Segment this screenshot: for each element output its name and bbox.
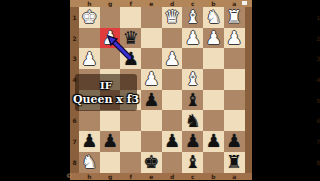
rank-label-right-5: 5 bbox=[315, 90, 320, 111]
square-c8[interactable]: ♝ bbox=[182, 152, 203, 173]
black-pawn: ♟ bbox=[164, 132, 180, 150]
file-label-bottom-d: d bbox=[162, 173, 183, 181]
rank-label-left-3: 3 bbox=[70, 48, 79, 69]
square-h6[interactable] bbox=[79, 110, 100, 131]
file-label-bottom-e: e bbox=[141, 173, 162, 181]
rank-label-right-2: 2 bbox=[315, 28, 320, 49]
rank-label-left-8: 8 bbox=[70, 152, 79, 173]
square-d5[interactable] bbox=[162, 90, 183, 111]
square-f7[interactable] bbox=[120, 131, 141, 152]
black-bishop: ♝ bbox=[185, 91, 201, 109]
black-queen: ♛ bbox=[123, 29, 139, 47]
square-g8[interactable] bbox=[100, 152, 121, 173]
square-a2[interactable]: ♟ bbox=[224, 28, 245, 49]
rank-label-right-4: 4 bbox=[315, 69, 320, 90]
rank-label-right-1: 1 bbox=[315, 7, 320, 28]
square-h3[interactable]: ♟ bbox=[79, 48, 100, 69]
square-e6[interactable] bbox=[141, 110, 162, 131]
square-e4[interactable]: ♟ bbox=[141, 69, 162, 90]
corner-marker bbox=[242, 1, 247, 5]
square-b8[interactable] bbox=[203, 152, 224, 173]
square-h8[interactable]: ♞ bbox=[79, 152, 100, 173]
square-h1[interactable]: ♚ bbox=[79, 7, 100, 28]
square-c1[interactable]: ♝ bbox=[182, 7, 203, 28]
file-label-top-d: d bbox=[162, 0, 183, 7]
rank-label-right-7: 7 bbox=[315, 131, 320, 152]
square-b6[interactable] bbox=[203, 110, 224, 131]
file-labels-bottom: hgfedcba bbox=[79, 173, 245, 181]
rank-label-left-7: 7 bbox=[70, 131, 79, 152]
black-pawn: ♟ bbox=[143, 91, 159, 109]
square-a5[interactable] bbox=[224, 90, 245, 111]
square-f1[interactable] bbox=[120, 7, 141, 28]
file-label-bottom-f: f bbox=[120, 173, 141, 181]
square-f3[interactable]: ♟ bbox=[120, 48, 141, 69]
square-g2[interactable]: ♟ bbox=[100, 28, 121, 49]
black-pawn: ♟ bbox=[185, 132, 201, 150]
square-d1[interactable]: ♛ bbox=[162, 7, 183, 28]
file-label-top-h: h bbox=[79, 0, 100, 7]
square-c3[interactable] bbox=[182, 48, 203, 69]
square-a8[interactable]: ♜ bbox=[224, 152, 245, 173]
square-c2[interactable]: ♟ bbox=[182, 28, 203, 49]
file-label-top-e: e bbox=[141, 0, 162, 7]
white-pawn: ♟ bbox=[81, 50, 97, 68]
white-pawn: ♟ bbox=[164, 50, 180, 68]
black-pawn: ♟ bbox=[123, 50, 139, 68]
file-label-top-c: c bbox=[182, 0, 203, 7]
video-frame: hgfedcba hgfedcba 12345678 12345678 ♚♛♝♞… bbox=[0, 0, 320, 180]
square-g1[interactable] bbox=[100, 7, 121, 28]
square-h7[interactable]: ♟ bbox=[79, 131, 100, 152]
square-b3[interactable] bbox=[203, 48, 224, 69]
square-e7[interactable] bbox=[141, 131, 162, 152]
square-d2[interactable] bbox=[162, 28, 183, 49]
file-label-bottom-a: a bbox=[224, 173, 245, 181]
black-pawn: ♟ bbox=[205, 132, 221, 150]
annotation-line1: IF bbox=[100, 80, 112, 91]
black-pawn: ♟ bbox=[81, 132, 97, 150]
rank-label-left-6: 6 bbox=[70, 110, 79, 131]
white-pawn: ♟ bbox=[143, 70, 159, 88]
square-c6[interactable]: ♞ bbox=[182, 110, 203, 131]
square-c4[interactable]: ♝ bbox=[182, 69, 203, 90]
square-a4[interactable] bbox=[224, 69, 245, 90]
square-b5[interactable] bbox=[203, 90, 224, 111]
square-e8[interactable]: ♚ bbox=[141, 152, 162, 173]
black-pawn: ♟ bbox=[102, 132, 118, 150]
file-label-top-b: b bbox=[203, 0, 224, 7]
square-e2[interactable] bbox=[141, 28, 162, 49]
file-label-bottom-c: c bbox=[182, 173, 203, 181]
square-a1[interactable]: ♜ bbox=[224, 7, 245, 28]
file-label-bottom-g: g bbox=[100, 173, 121, 181]
square-a6[interactable] bbox=[224, 110, 245, 131]
square-c5[interactable]: ♝ bbox=[182, 90, 203, 111]
square-b2[interactable]: ♟ bbox=[203, 28, 224, 49]
square-b4[interactable] bbox=[203, 69, 224, 90]
square-f8[interactable] bbox=[120, 152, 141, 173]
square-f2[interactable]: ♛ bbox=[120, 28, 141, 49]
square-e3[interactable] bbox=[141, 48, 162, 69]
black-pawn: ♟ bbox=[226, 132, 242, 150]
rank-label-left-2: 2 bbox=[70, 28, 79, 49]
file-labels-top: hgfedcba bbox=[79, 0, 245, 7]
square-d8[interactable] bbox=[162, 152, 183, 173]
white-knight: ♞ bbox=[81, 153, 97, 171]
black-rook: ♜ bbox=[226, 153, 242, 171]
white-rook: ♜ bbox=[226, 8, 242, 26]
white-knight: ♞ bbox=[205, 8, 221, 26]
annotation-line2: Queen x f3 bbox=[73, 93, 139, 106]
square-h2[interactable] bbox=[79, 28, 100, 49]
square-d3[interactable]: ♟ bbox=[162, 48, 183, 69]
square-e5[interactable]: ♟ bbox=[141, 90, 162, 111]
white-bishop: ♝ bbox=[185, 8, 201, 26]
white-pawn: ♟ bbox=[226, 29, 242, 47]
file-label-top-f: f bbox=[120, 0, 141, 7]
square-b1[interactable]: ♞ bbox=[203, 7, 224, 28]
letterbox-right bbox=[252, 0, 320, 180]
white-bishop: ♝ bbox=[185, 70, 201, 88]
square-d7[interactable]: ♟ bbox=[162, 131, 183, 152]
white-pawn: ♟ bbox=[185, 29, 201, 47]
square-g6[interactable] bbox=[100, 110, 121, 131]
rank-label-right-6: 6 bbox=[315, 110, 320, 131]
square-f6[interactable] bbox=[120, 110, 141, 131]
black-bishop: ♝ bbox=[185, 153, 201, 171]
rank-labels-right: 12345678 bbox=[315, 7, 320, 173]
square-g7[interactable]: ♟ bbox=[100, 131, 121, 152]
white-pawn: ♟ bbox=[102, 29, 118, 47]
white-pawn: ♟ bbox=[205, 29, 221, 47]
square-a3[interactable] bbox=[224, 48, 245, 69]
black-king: ♚ bbox=[143, 153, 159, 171]
file-label-bottom-b: b bbox=[203, 173, 224, 181]
square-c7[interactable]: ♟ bbox=[182, 131, 203, 152]
copyright-mark: © bbox=[66, 172, 72, 180]
square-d6[interactable] bbox=[162, 110, 183, 131]
square-g3[interactable] bbox=[100, 48, 121, 69]
rank-label-right-3: 3 bbox=[315, 48, 320, 69]
square-d4[interactable] bbox=[162, 69, 183, 90]
black-knight: ♞ bbox=[185, 112, 201, 130]
annotation-overlay: IF Queen x f3 bbox=[75, 74, 137, 111]
file-label-top-g: g bbox=[100, 0, 121, 7]
square-a7[interactable]: ♟ bbox=[224, 131, 245, 152]
square-e1[interactable] bbox=[141, 7, 162, 28]
rank-label-left-1: 1 bbox=[70, 7, 79, 28]
white-king: ♚ bbox=[81, 8, 97, 26]
rank-label-right-8: 8 bbox=[315, 152, 320, 173]
file-label-bottom-h: h bbox=[79, 173, 100, 181]
white-queen: ♛ bbox=[164, 8, 180, 26]
letterbox-left bbox=[0, 0, 70, 180]
square-b7[interactable]: ♟ bbox=[203, 131, 224, 152]
